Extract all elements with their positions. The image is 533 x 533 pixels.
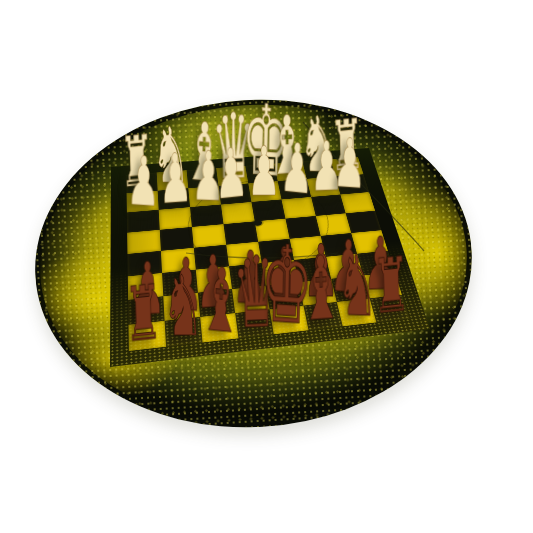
square-r7c1 bbox=[165, 317, 203, 347]
square-r7c3 bbox=[235, 309, 274, 338]
photo-stage: ♜♞♝♛♚♝♞♜♟♟♟♟♟♟♟♟♟♟♟♟♟♟♟♟♜♞♝♛♚♝♞♜ bbox=[0, 0, 533, 533]
square-r7c0 bbox=[128, 321, 166, 351]
square-r7c2 bbox=[200, 313, 238, 342]
square-r7c7 bbox=[370, 295, 410, 323]
square-r7c4 bbox=[270, 306, 309, 335]
